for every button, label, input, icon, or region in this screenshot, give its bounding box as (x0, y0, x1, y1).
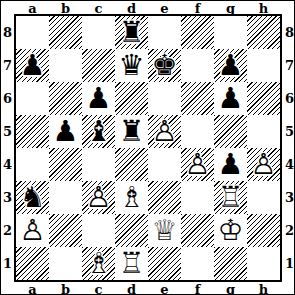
piece-outline-layer: ♟ (16, 49, 49, 82)
rank-label-7: 7 (283, 49, 295, 82)
rank-label-8: 8 (1, 16, 14, 49)
square-h3[interactable] (247, 181, 280, 214)
square-e7[interactable]: ♚♚ (148, 49, 181, 82)
rank-label-4: 4 (1, 148, 14, 181)
rank-label-5: 5 (283, 115, 295, 148)
square-f1[interactable] (181, 247, 214, 280)
square-e6[interactable] (148, 82, 181, 115)
piece-outline-layer: ♟ (82, 82, 115, 115)
piece-outline-layer: ♖ (214, 181, 247, 214)
square-h5[interactable] (247, 115, 280, 148)
square-d4[interactable] (115, 148, 148, 181)
piece-outline-layer: ♙ (181, 148, 214, 181)
square-b4[interactable] (49, 148, 82, 181)
square-b7[interactable] (49, 49, 82, 82)
square-d1[interactable]: ♜♖ (115, 247, 148, 280)
file-label-b: b (49, 282, 82, 295)
piece-black-pawn-icon: ♟♟ (214, 49, 247, 82)
file-label-c: c (82, 282, 115, 295)
square-a7[interactable]: ♟♟ (16, 49, 49, 82)
square-d6[interactable] (115, 82, 148, 115)
square-e5[interactable]: ♟♙ (148, 115, 181, 148)
square-d8[interactable]: ♜♜ (115, 16, 148, 49)
square-f6[interactable] (181, 82, 214, 115)
piece-white-rook-icon: ♜♖ (115, 247, 148, 280)
square-d7[interactable]: ♛♛ (115, 49, 148, 82)
square-f8[interactable] (181, 16, 214, 49)
square-g2[interactable]: ♚♔ (214, 214, 247, 247)
square-d2[interactable] (115, 214, 148, 247)
square-a4[interactable] (16, 148, 49, 181)
square-f2[interactable] (181, 214, 214, 247)
square-f4[interactable]: ♟♙ (181, 148, 214, 181)
piece-white-pawn-icon: ♟♙ (16, 214, 49, 247)
square-c1[interactable]: ♝♗ (82, 247, 115, 280)
rank-label-3: 3 (1, 181, 14, 214)
square-d5[interactable]: ♜♜ (115, 115, 148, 148)
square-g1[interactable] (214, 247, 247, 280)
square-a3[interactable]: ♞♞ (16, 181, 49, 214)
chess-diagram: abcdefgh 87654321 ♜♜♟♟♛♛♚♚♟♟♟♟♟♟♟♟♝♝♜♜♟♙… (0, 0, 295, 295)
piece-outline-layer: ♜ (115, 16, 148, 49)
piece-black-bishop-icon: ♝♝ (82, 115, 115, 148)
square-h7[interactable] (247, 49, 280, 82)
piece-outline-layer: ♟ (214, 148, 247, 181)
piece-outline-layer: ♗ (115, 181, 148, 214)
file-label-h: h (247, 282, 280, 295)
square-a2[interactable]: ♟♙ (16, 214, 49, 247)
piece-white-bishop-icon: ♝♗ (82, 247, 115, 280)
square-h8[interactable] (247, 16, 280, 49)
rank-label-4: 4 (283, 148, 295, 181)
square-e3[interactable] (148, 181, 181, 214)
square-c7[interactable] (82, 49, 115, 82)
square-h4[interactable]: ♟♙ (247, 148, 280, 181)
square-a1[interactable] (16, 247, 49, 280)
piece-outline-layer: ♚ (148, 49, 181, 82)
piece-outline-layer: ♟ (214, 49, 247, 82)
square-a8[interactable] (16, 16, 49, 49)
file-label-e: e (148, 282, 181, 295)
square-g5[interactable] (214, 115, 247, 148)
piece-outline-layer: ♙ (82, 181, 115, 214)
rank-label-5: 5 (1, 115, 14, 148)
rank-label-1: 1 (1, 247, 14, 280)
file-label-d: d (115, 282, 148, 295)
piece-outline-layer: ♗ (82, 247, 115, 280)
square-c6[interactable]: ♟♟ (82, 82, 115, 115)
file-label-f: f (181, 282, 214, 295)
square-f3[interactable] (181, 181, 214, 214)
piece-white-king-icon: ♚♔ (214, 214, 247, 247)
square-c8[interactable] (82, 16, 115, 49)
square-b8[interactable] (49, 16, 82, 49)
piece-white-pawn-icon: ♟♙ (181, 148, 214, 181)
piece-white-pawn-icon: ♟♙ (82, 181, 115, 214)
piece-black-pawn-icon: ♟♟ (16, 49, 49, 82)
piece-white-pawn-icon: ♟♙ (247, 148, 280, 181)
piece-black-knight-icon: ♞♞ (16, 181, 49, 214)
rank-label-2: 2 (1, 214, 14, 247)
file-label-a: a (16, 282, 49, 295)
square-g6[interactable]: ♟♟ (214, 82, 247, 115)
piece-black-rook-icon: ♜♜ (115, 115, 148, 148)
piece-outline-layer: ♞ (16, 181, 49, 214)
square-g3[interactable]: ♜♖ (214, 181, 247, 214)
piece-outline-layer: ♛ (115, 49, 148, 82)
file-label-g: g (214, 282, 247, 295)
piece-outline-layer: ♝ (82, 115, 115, 148)
piece-black-pawn-icon: ♟♟ (214, 82, 247, 115)
piece-white-bishop-icon: ♝♗ (115, 181, 148, 214)
piece-outline-layer: ♜ (115, 115, 148, 148)
square-c2[interactable] (82, 214, 115, 247)
file-labels-top: abcdefgh (16, 1, 280, 14)
rank-label-1: 1 (283, 247, 295, 280)
piece-black-pawn-icon: ♟♟ (214, 148, 247, 181)
piece-black-pawn-icon: ♟♟ (49, 115, 82, 148)
square-e2[interactable]: ♛♕ (148, 214, 181, 247)
square-g7[interactable]: ♟♟ (214, 49, 247, 82)
square-b3[interactable] (49, 181, 82, 214)
square-c5[interactable]: ♝♝ (82, 115, 115, 148)
square-c4[interactable] (82, 148, 115, 181)
piece-white-queen-icon: ♛♕ (148, 214, 181, 247)
piece-black-queen-icon: ♛♛ (115, 49, 148, 82)
piece-black-rook-icon: ♜♜ (115, 16, 148, 49)
chess-board: ♜♜♟♟♛♛♚♚♟♟♟♟♟♟♟♟♝♝♜♜♟♙♟♙♟♟♟♙♞♞♟♙♝♗♜♖♟♙♛♕… (14, 14, 282, 282)
rank-label-3: 3 (283, 181, 295, 214)
rank-label-7: 7 (1, 49, 14, 82)
square-b1[interactable] (49, 247, 82, 280)
piece-outline-layer: ♖ (115, 247, 148, 280)
piece-black-pawn-icon: ♟♟ (82, 82, 115, 115)
piece-outline-layer: ♙ (148, 115, 181, 148)
square-d3[interactable]: ♝♗ (115, 181, 148, 214)
piece-outline-layer: ♕ (148, 214, 181, 247)
square-f7[interactable] (181, 49, 214, 82)
piece-white-pawn-icon: ♟♙ (148, 115, 181, 148)
rank-labels-left: 87654321 (1, 16, 14, 280)
square-g4[interactable]: ♟♟ (214, 148, 247, 181)
square-b6[interactable] (49, 82, 82, 115)
square-b5[interactable]: ♟♟ (49, 115, 82, 148)
square-b2[interactable] (49, 214, 82, 247)
rank-label-6: 6 (1, 82, 14, 115)
square-h6[interactable] (247, 82, 280, 115)
piece-black-king-icon: ♚♚ (148, 49, 181, 82)
square-h1[interactable] (247, 247, 280, 280)
square-e4[interactable] (148, 148, 181, 181)
square-a6[interactable] (16, 82, 49, 115)
rank-label-6: 6 (283, 82, 295, 115)
square-g8[interactable] (214, 16, 247, 49)
square-c3[interactable]: ♟♙ (82, 181, 115, 214)
rank-labels-right: 87654321 (283, 16, 295, 280)
square-a5[interactable] (16, 115, 49, 148)
square-h2[interactable] (247, 214, 280, 247)
piece-outline-layer: ♙ (16, 214, 49, 247)
square-f5[interactable] (181, 115, 214, 148)
rank-label-2: 2 (283, 214, 295, 247)
piece-outline-layer: ♔ (214, 214, 247, 247)
piece-outline-layer: ♟ (49, 115, 82, 148)
rank-label-8: 8 (283, 16, 295, 49)
piece-outline-layer: ♟ (214, 82, 247, 115)
piece-outline-layer: ♙ (247, 148, 280, 181)
square-e1[interactable] (148, 247, 181, 280)
file-labels-bottom: abcdefgh (16, 282, 280, 295)
piece-white-rook-icon: ♜♖ (214, 181, 247, 214)
square-e8[interactable] (148, 16, 181, 49)
